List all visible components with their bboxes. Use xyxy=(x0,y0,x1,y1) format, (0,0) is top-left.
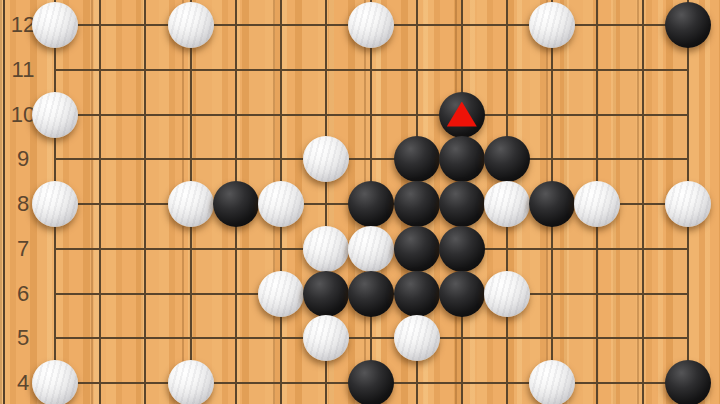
row-coordinate-label: 5 xyxy=(2,323,44,353)
grid-hline xyxy=(54,69,689,71)
black-stone[interactable] xyxy=(439,136,485,182)
grid-hline xyxy=(54,158,689,160)
white-stone[interactable] xyxy=(665,181,711,227)
row-coordinate-label: 11 xyxy=(2,55,44,85)
black-stone[interactable] xyxy=(439,271,485,317)
white-stone[interactable] xyxy=(32,2,78,48)
black-stone[interactable] xyxy=(439,181,485,227)
white-stone[interactable] xyxy=(258,271,304,317)
row-coordinate-label: 9 xyxy=(2,144,44,174)
black-stone[interactable] xyxy=(213,181,259,227)
grid-vline xyxy=(642,0,644,404)
white-stone[interactable] xyxy=(574,181,620,227)
game-screenshot: 121110987654 xyxy=(0,0,720,404)
white-stone[interactable] xyxy=(529,2,575,48)
row-coordinate-label: 6 xyxy=(2,279,44,309)
black-stone[interactable] xyxy=(665,2,711,48)
grid-vline xyxy=(99,0,101,404)
grid-hline xyxy=(54,114,689,116)
black-stone[interactable] xyxy=(529,181,575,227)
white-stone[interactable] xyxy=(348,2,394,48)
black-stone[interactable] xyxy=(348,271,394,317)
black-stone[interactable] xyxy=(665,360,711,404)
black-stone[interactable] xyxy=(394,136,440,182)
black-stone[interactable] xyxy=(394,226,440,272)
black-stone[interactable] xyxy=(484,136,530,182)
black-stone[interactable] xyxy=(394,271,440,317)
white-stone[interactable] xyxy=(258,181,304,227)
black-stone[interactable] xyxy=(439,226,485,272)
grid-vline xyxy=(144,0,146,404)
white-stone[interactable] xyxy=(32,181,78,227)
white-stone[interactable] xyxy=(32,360,78,404)
black-stone[interactable] xyxy=(348,181,394,227)
black-stone[interactable] xyxy=(394,181,440,227)
white-stone[interactable] xyxy=(484,271,530,317)
black-stone[interactable] xyxy=(439,92,485,138)
white-stone[interactable] xyxy=(303,315,349,361)
black-stone[interactable] xyxy=(348,360,394,404)
white-stone[interactable] xyxy=(529,360,575,404)
white-stone[interactable] xyxy=(303,136,349,182)
white-stone[interactable] xyxy=(168,360,214,404)
white-stone[interactable] xyxy=(484,181,530,227)
last-move-marker-icon xyxy=(447,102,477,127)
white-stone[interactable] xyxy=(168,2,214,48)
white-stone[interactable] xyxy=(394,315,440,361)
row-coordinate-label: 7 xyxy=(2,234,44,264)
black-stone[interactable] xyxy=(303,271,349,317)
white-stone[interactable] xyxy=(348,226,394,272)
white-stone[interactable] xyxy=(303,226,349,272)
grid-hline xyxy=(54,337,689,339)
white-stone[interactable] xyxy=(32,92,78,138)
white-stone[interactable] xyxy=(168,181,214,227)
